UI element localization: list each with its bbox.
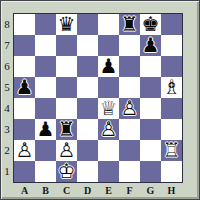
square-h4[interactable] bbox=[161, 98, 182, 119]
square-c8[interactable]: ♛ bbox=[56, 14, 77, 35]
square-b1[interactable] bbox=[35, 161, 56, 182]
piece-glyph: ♛ bbox=[56, 13, 77, 34]
square-g8[interactable]: ♚ bbox=[140, 14, 161, 35]
file-label-c: C bbox=[56, 184, 77, 198]
square-c4[interactable] bbox=[56, 98, 77, 119]
rank-label-3: 3 bbox=[1, 119, 13, 140]
square-e7[interactable] bbox=[98, 35, 119, 56]
white-bishop[interactable]: ♝♗ bbox=[161, 77, 182, 98]
square-a7[interactable] bbox=[14, 35, 35, 56]
file-label-e: E bbox=[98, 184, 119, 198]
square-e6[interactable]: ♟ bbox=[98, 56, 119, 77]
black-pawn[interactable]: ♟ bbox=[35, 119, 56, 140]
square-a6[interactable] bbox=[14, 56, 35, 77]
square-d7[interactable] bbox=[77, 35, 98, 56]
square-c2[interactable]: ♟♙ bbox=[56, 140, 77, 161]
square-g6[interactable] bbox=[140, 56, 161, 77]
piece-glyph: ♟ bbox=[98, 55, 119, 76]
square-a5[interactable]: ♟ bbox=[14, 77, 35, 98]
square-e1[interactable] bbox=[98, 161, 119, 182]
black-pawn[interactable]: ♟ bbox=[14, 77, 35, 98]
square-f2[interactable] bbox=[119, 140, 140, 161]
file-label-f: F bbox=[119, 184, 140, 198]
square-h6[interactable] bbox=[161, 56, 182, 77]
file-label-d: D bbox=[77, 184, 98, 198]
file-label-a: A bbox=[14, 184, 35, 198]
square-d8[interactable] bbox=[77, 14, 98, 35]
square-b4[interactable] bbox=[35, 98, 56, 119]
black-pawn[interactable]: ♟ bbox=[98, 56, 119, 77]
square-b2[interactable] bbox=[35, 140, 56, 161]
piece-glyph: ♟ bbox=[14, 76, 35, 97]
rank-label-6: 6 bbox=[1, 56, 13, 77]
square-d4[interactable] bbox=[77, 98, 98, 119]
square-a1[interactable] bbox=[14, 161, 35, 182]
square-g1[interactable] bbox=[140, 161, 161, 182]
square-c6[interactable] bbox=[56, 56, 77, 77]
square-h8[interactable] bbox=[161, 14, 182, 35]
piece-outline: ♙ bbox=[14, 139, 35, 160]
square-b6[interactable] bbox=[35, 56, 56, 77]
white-rook[interactable]: ♜♖ bbox=[161, 140, 182, 161]
piece-glyph: ♜ bbox=[119, 13, 140, 34]
black-king[interactable]: ♚ bbox=[140, 14, 161, 35]
rank-label-2: 2 bbox=[1, 140, 13, 161]
file-label-g: G bbox=[140, 184, 161, 198]
white-pawn[interactable]: ♟♙ bbox=[14, 140, 35, 161]
square-g7[interactable]: ♟ bbox=[140, 35, 161, 56]
square-b5[interactable] bbox=[35, 77, 56, 98]
square-d3[interactable] bbox=[77, 119, 98, 140]
square-c5[interactable] bbox=[56, 77, 77, 98]
piece-glyph: ♟ bbox=[140, 34, 161, 55]
piece-outline: ♙ bbox=[98, 118, 119, 139]
square-b8[interactable] bbox=[35, 14, 56, 35]
square-c7[interactable] bbox=[56, 35, 77, 56]
rank-label-4: 4 bbox=[1, 98, 13, 119]
square-a4[interactable] bbox=[14, 98, 35, 119]
white-king[interactable]: ♚♔ bbox=[56, 161, 77, 182]
rank-label-5: 5 bbox=[1, 77, 13, 98]
square-g4[interactable] bbox=[140, 98, 161, 119]
rank-label-7: 7 bbox=[1, 35, 13, 56]
white-pawn[interactable]: ♟♙ bbox=[98, 119, 119, 140]
square-f4[interactable]: ♟♙ bbox=[119, 98, 140, 119]
square-h3[interactable] bbox=[161, 119, 182, 140]
square-e8[interactable] bbox=[98, 14, 119, 35]
piece-outline: ♙ bbox=[119, 97, 140, 118]
square-h5[interactable]: ♝♗ bbox=[161, 77, 182, 98]
square-e4[interactable]: ♛♕ bbox=[98, 98, 119, 119]
chess-board: ♛♜♚♟♟♟♝♗♛♕♟♙♟♜♟♙♟♙♟♙♜♖♚♔ bbox=[13, 13, 183, 183]
piece-outline: ♗ bbox=[161, 76, 182, 97]
rank-label-8: 8 bbox=[1, 14, 13, 35]
square-f5[interactable] bbox=[119, 77, 140, 98]
rank-label-1: 1 bbox=[1, 161, 13, 182]
piece-outline: ♕ bbox=[98, 97, 119, 118]
square-g3[interactable] bbox=[140, 119, 161, 140]
black-pawn[interactable]: ♟ bbox=[140, 35, 161, 56]
square-b3[interactable]: ♟ bbox=[35, 119, 56, 140]
black-rook[interactable]: ♜ bbox=[56, 119, 77, 140]
rank-labels: 87654321 bbox=[1, 13, 13, 183]
piece-glyph: ♚ bbox=[140, 13, 161, 34]
square-g5[interactable] bbox=[140, 77, 161, 98]
white-pawn[interactable]: ♟♙ bbox=[56, 140, 77, 161]
black-rook[interactable]: ♜ bbox=[119, 14, 140, 35]
square-a2[interactable]: ♟♙ bbox=[14, 140, 35, 161]
file-label-h: H bbox=[161, 184, 182, 198]
white-pawn[interactable]: ♟♙ bbox=[119, 98, 140, 119]
square-f6[interactable] bbox=[119, 56, 140, 77]
square-d2[interactable] bbox=[77, 140, 98, 161]
piece-outline: ♔ bbox=[56, 160, 77, 181]
square-h2[interactable]: ♜♖ bbox=[161, 140, 182, 161]
square-a3[interactable] bbox=[14, 119, 35, 140]
file-labels: ABCDEFGH bbox=[13, 184, 183, 199]
square-f1[interactable] bbox=[119, 161, 140, 182]
piece-glyph: ♟ bbox=[35, 118, 56, 139]
square-e5[interactable] bbox=[98, 77, 119, 98]
square-d6[interactable] bbox=[77, 56, 98, 77]
square-f7[interactable] bbox=[119, 35, 140, 56]
square-d5[interactable] bbox=[77, 77, 98, 98]
chess-diagram: 87654321 ♛♜♚♟♟♟♝♗♛♕♟♙♟♜♟♙♟♙♟♙♜♖♚♔ ABCDEF… bbox=[0, 0, 200, 200]
piece-glyph: ♜ bbox=[56, 118, 77, 139]
square-f8[interactable]: ♜ bbox=[119, 14, 140, 35]
square-f3[interactable] bbox=[119, 119, 140, 140]
square-a8[interactable] bbox=[14, 14, 35, 35]
black-queen[interactable]: ♛ bbox=[56, 14, 77, 35]
square-e2[interactable] bbox=[98, 140, 119, 161]
square-d1[interactable] bbox=[77, 161, 98, 182]
square-g2[interactable] bbox=[140, 140, 161, 161]
square-h7[interactable] bbox=[161, 35, 182, 56]
square-e3[interactable]: ♟♙ bbox=[98, 119, 119, 140]
piece-outline: ♖ bbox=[161, 139, 182, 160]
square-b7[interactable] bbox=[35, 35, 56, 56]
square-c1[interactable]: ♚♔ bbox=[56, 161, 77, 182]
file-label-b: B bbox=[35, 184, 56, 198]
square-h1[interactable] bbox=[161, 161, 182, 182]
white-queen[interactable]: ♛♕ bbox=[98, 98, 119, 119]
piece-outline: ♙ bbox=[56, 139, 77, 160]
square-c3[interactable]: ♜ bbox=[56, 119, 77, 140]
